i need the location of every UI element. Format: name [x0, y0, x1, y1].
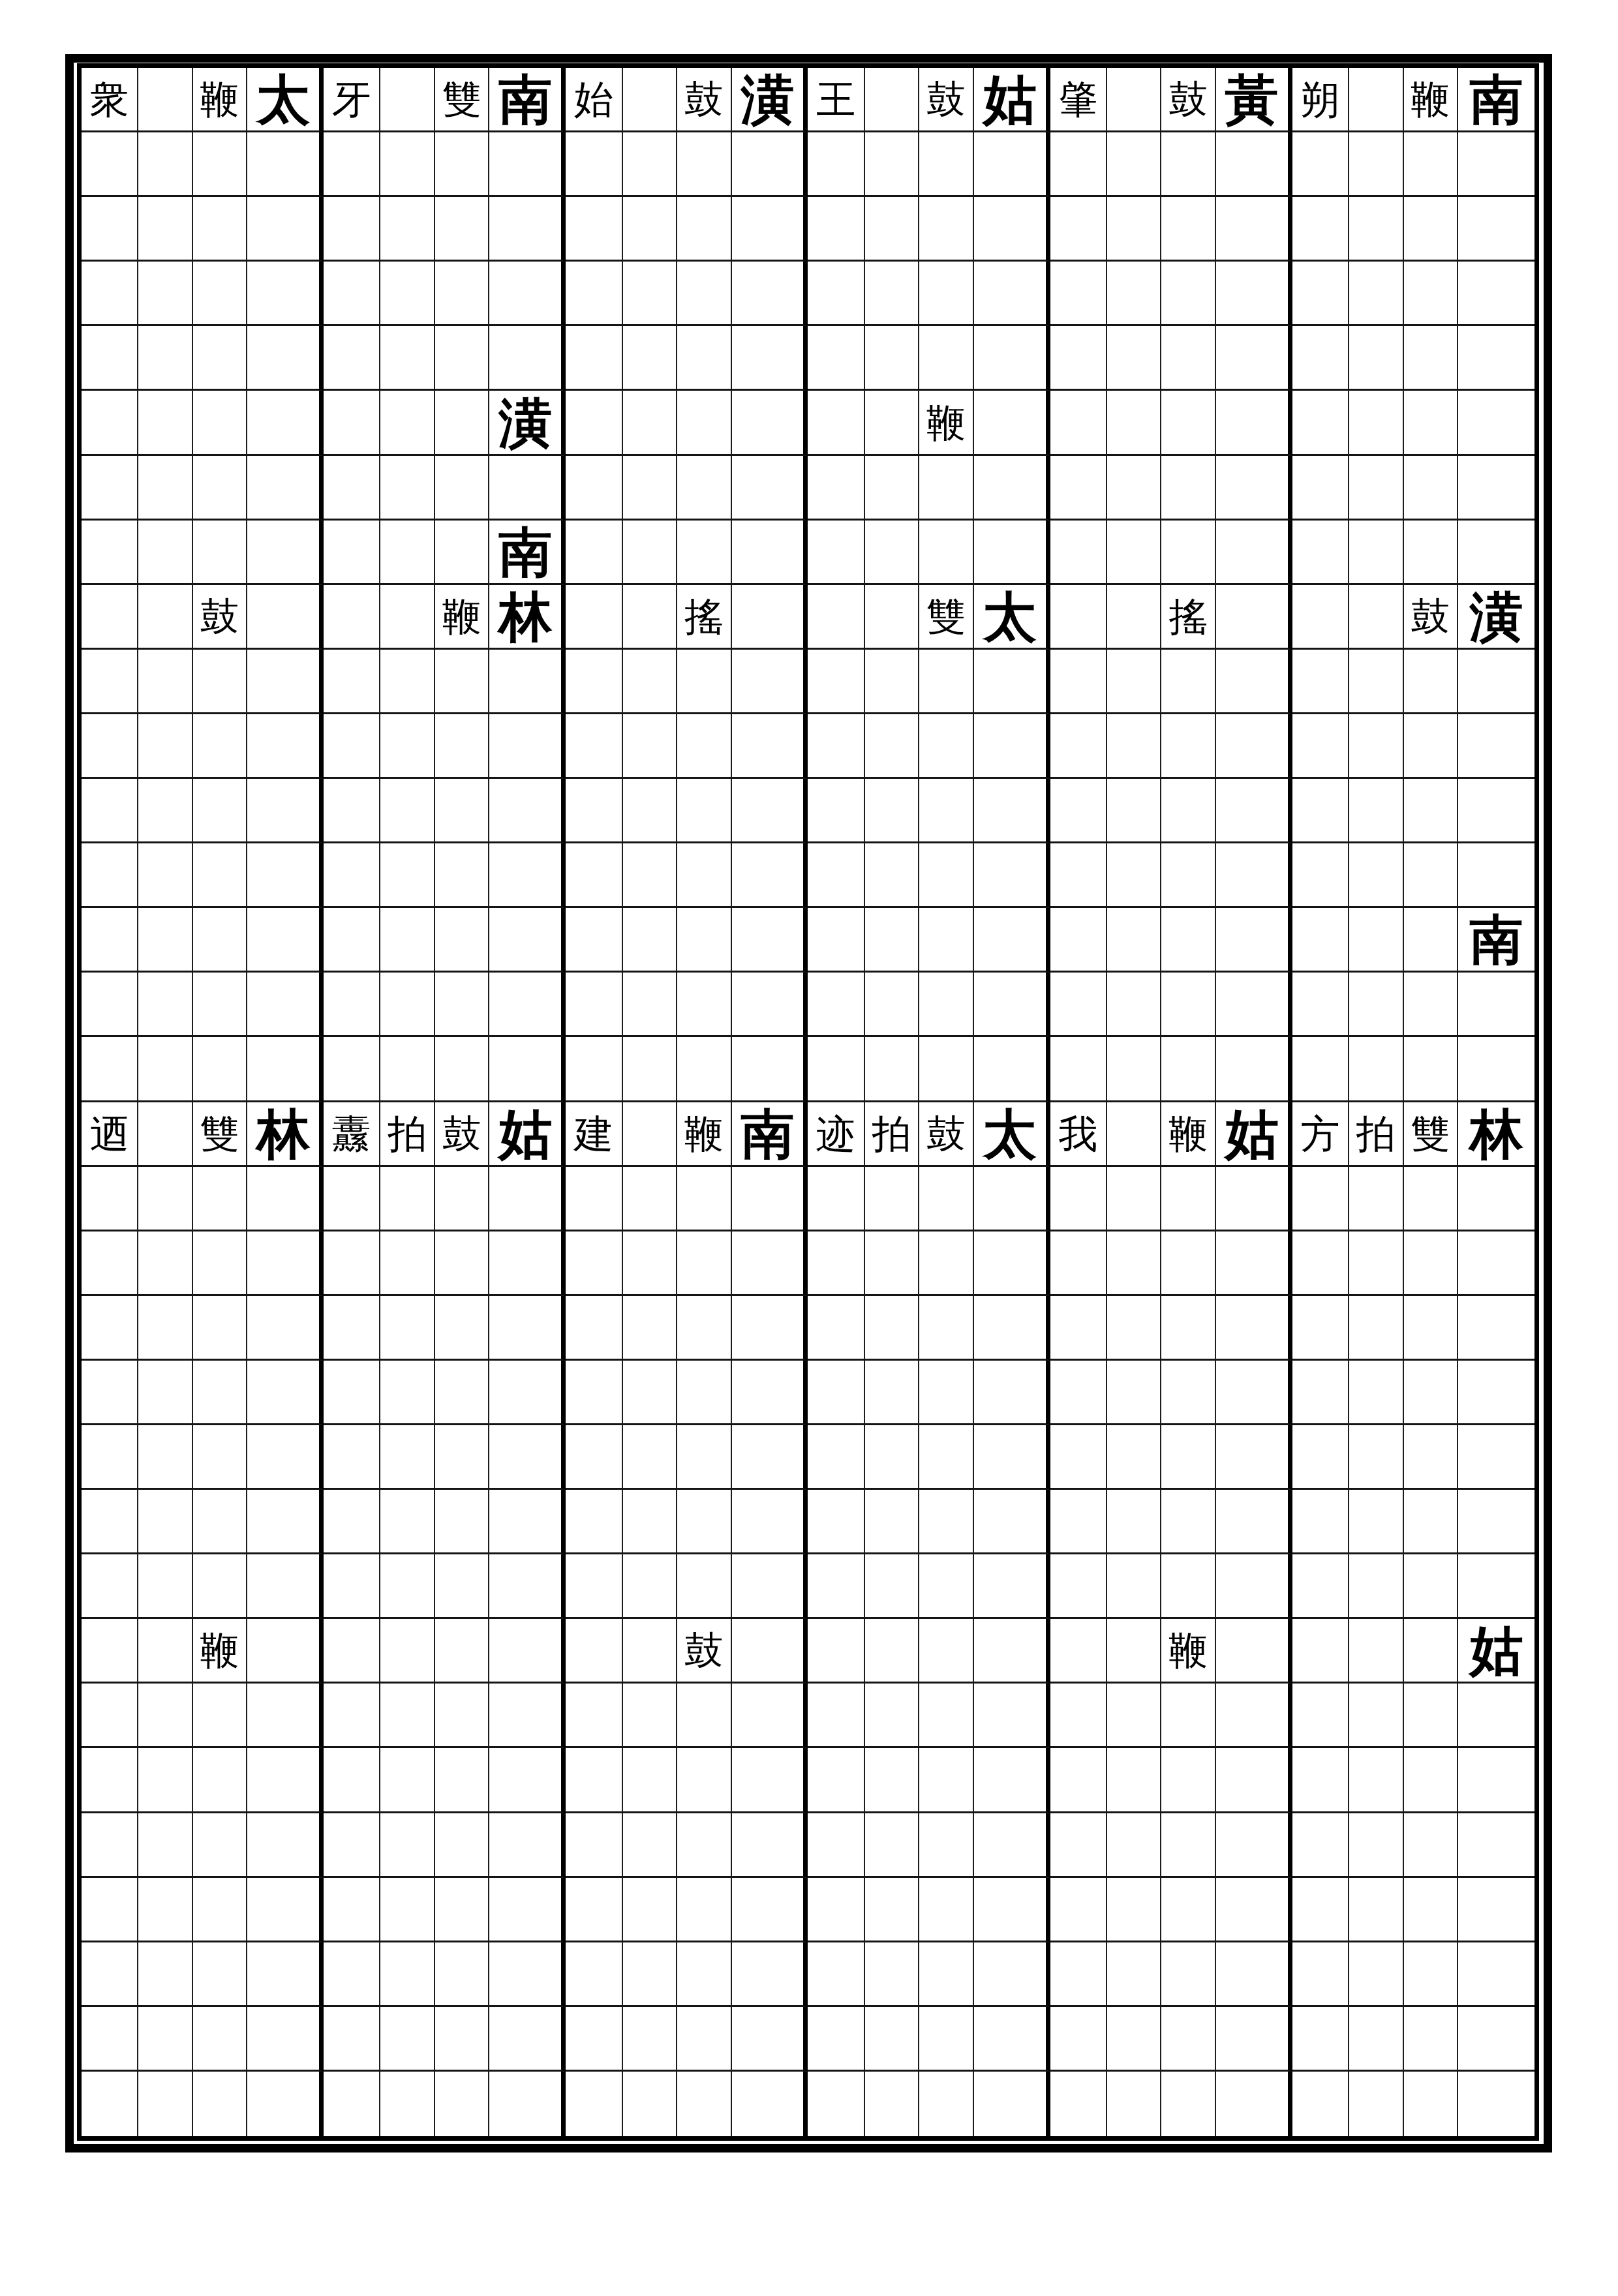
jeonggan-cell — [732, 1296, 808, 1361]
jeonggan-cell — [247, 1296, 324, 1361]
pitch-glyph: 姑 — [983, 72, 1037, 126]
drum-glyph: 鼓 — [926, 1114, 966, 1153]
drum-glyph: 鼓 — [1411, 597, 1450, 636]
jeonggan-cell — [324, 1296, 380, 1361]
jeonggan-cell — [865, 2007, 920, 2072]
jeonggan-cell — [247, 1619, 324, 1684]
jeonggan-cell — [1161, 1813, 1216, 1878]
jeonggan-cell — [1050, 132, 1107, 197]
jeonggan-cell: 搖 — [1161, 585, 1216, 650]
jeonggan-cell — [489, 1619, 566, 1684]
jeonggan-cell — [732, 908, 808, 973]
jeonggan-cell — [82, 585, 138, 650]
jeonggan-cell — [865, 1037, 920, 1102]
jeonggan-cell — [1107, 1425, 1162, 1490]
jeonggan-cell — [1161, 1684, 1216, 1748]
pitch-glyph: 潢 — [498, 396, 552, 449]
jeonggan-cell — [808, 1748, 864, 1813]
score-page: 衆鞭太牙雙南始鼓潢王鼓姑肇鼓黃朔鞭南潢鞭南鼓鞭林搖雙太搖鼓潢南迺雙林纛拍鼓姑建鞭… — [0, 0, 1618, 2296]
jeonggan-cell — [919, 973, 974, 1037]
pitch-glyph: 南 — [1470, 72, 1523, 126]
jeonggan-cell — [623, 1167, 678, 1231]
jeonggan-cell — [1458, 1684, 1534, 1748]
jeonggan-cell — [623, 843, 678, 908]
jeonggan-cell — [138, 521, 193, 585]
jeonggan-cell — [435, 843, 490, 908]
jeonggan-cell — [919, 1231, 974, 1296]
jeonggan-cell: 拍 — [865, 1102, 920, 1167]
jeonggan-cell — [1161, 1361, 1216, 1425]
jeonggan-cell — [489, 650, 566, 714]
jeonggan-cell — [1050, 391, 1107, 455]
jeonggan-cell — [380, 262, 435, 326]
jeonggan-cell — [808, 326, 864, 391]
jeonggan-cell — [732, 843, 808, 908]
jeonggan-cell — [1216, 1813, 1292, 1878]
jeonggan-cell — [138, 973, 193, 1037]
jeonggan-cell — [732, 521, 808, 585]
jeonggan-cell — [247, 1554, 324, 1619]
jeonggan-cell — [193, 2007, 248, 2072]
jeonggan-cell — [1349, 1619, 1404, 1684]
jeonggan-cell — [324, 456, 380, 521]
jeonggan-cell — [138, 1748, 193, 1813]
jeonggan-cell — [380, 973, 435, 1037]
jeonggan-cell — [865, 262, 920, 326]
jeonggan-cell — [623, 1554, 678, 1619]
jeonggan-cell — [324, 1942, 380, 2007]
jeonggan-cell: 鼓 — [435, 1102, 490, 1167]
jeonggan-cell — [1216, 2007, 1292, 2072]
jeonggan-cell — [1458, 843, 1534, 908]
jeonggan-cell — [435, 1619, 490, 1684]
jeonggan-cell — [566, 714, 622, 779]
jeonggan-cell — [1349, 1231, 1404, 1296]
jeonggan-cell — [1107, 1619, 1162, 1684]
jeonggan-cell — [623, 1037, 678, 1102]
jeonggan-cell — [623, 1490, 678, 1554]
jeonggan-cell — [732, 585, 808, 650]
jeonggan-cell — [808, 262, 864, 326]
jeonggan-cell — [1458, 1296, 1534, 1361]
jeonggan-cell: 南 — [732, 1102, 808, 1167]
jeonggan-cell — [82, 1813, 138, 1878]
jeonggan-cell — [1458, 1037, 1534, 1102]
jeonggan-cell — [919, 1490, 974, 1554]
jeonggan-cell — [247, 2007, 324, 2072]
jeonggan-cell — [677, 1748, 732, 1813]
jeonggan-cell — [489, 973, 566, 1037]
jeonggan-cell: 鞭 — [1161, 1102, 1216, 1167]
jeonggan-cell — [82, 973, 138, 1037]
jeonggan-cell — [324, 714, 380, 779]
jeonggan-cell — [489, 1942, 566, 2007]
jeonggan-cell — [380, 714, 435, 779]
jeonggan-cell — [1161, 908, 1216, 973]
jeonggan-cell — [1050, 326, 1107, 391]
jeonggan-cell — [1050, 521, 1107, 585]
jeonggan-cell — [193, 1554, 248, 1619]
jeonggan-cell — [1349, 326, 1404, 391]
jeonggan-cell — [380, 1942, 435, 2007]
jeonggan-cell — [1404, 132, 1459, 197]
jeonggan-cell — [1216, 1296, 1292, 1361]
jeonggan-cell — [732, 1942, 808, 2007]
jeonggan-cell — [919, 521, 974, 585]
jeonggan-cell — [1107, 714, 1162, 779]
jeonggan-cell — [677, 1425, 732, 1490]
jeonggan-cell — [865, 1942, 920, 2007]
jeonggan-cell — [1404, 1425, 1459, 1490]
jeonggan-cell — [1050, 1813, 1107, 1878]
jeonggan-cell — [1216, 1231, 1292, 1296]
jeonggan-cell — [974, 650, 1050, 714]
jeonggan-cell — [732, 1684, 808, 1748]
jeonggan-cell: 拍 — [380, 1102, 435, 1167]
lyric-glyph: 肇 — [1058, 80, 1097, 119]
jeonggan-cell — [1161, 391, 1216, 455]
jeonggan-cell — [974, 197, 1050, 262]
jeonggan-cell — [1404, 1619, 1459, 1684]
jeonggan-cell — [489, 456, 566, 521]
jeonggan-cell — [1216, 2072, 1292, 2136]
jeonggan-cell: 方 — [1292, 1102, 1349, 1167]
jeonggan-cell — [138, 843, 193, 908]
jeonggan-cell — [808, 973, 864, 1037]
jeonggan-cell — [808, 1554, 864, 1619]
jeonggan-cell: 太 — [247, 68, 324, 132]
jeonggan-cell — [1404, 1361, 1459, 1425]
jeonggan-cell — [247, 1942, 324, 2007]
jeonggan-cell — [1161, 1231, 1216, 1296]
jeonggan-cell — [1404, 1942, 1459, 2007]
jeonggan-cell — [566, 1619, 622, 1684]
jeonggan-cell: 太 — [974, 1102, 1050, 1167]
lyric-glyph: 迺 — [90, 1114, 129, 1153]
jeonggan-cell — [1349, 68, 1404, 132]
jeonggan-cell — [1050, 1684, 1107, 1748]
jeonggan-cell — [247, 2072, 324, 2136]
jeonggan-cell — [247, 1361, 324, 1425]
jeonggan-cell — [138, 908, 193, 973]
jeonggan-cell: 黃 — [1216, 68, 1292, 132]
jeonggan-cell — [247, 843, 324, 908]
jeonggan-cell — [1458, 1231, 1534, 1296]
jeonggan-cell — [1458, 2007, 1534, 2072]
jeonggan-cell — [138, 456, 193, 521]
jeonggan-cell — [1292, 779, 1349, 843]
jeonggan-cell — [1349, 843, 1404, 908]
jeonggan-cell — [566, 456, 622, 521]
jeonggan-cell — [1349, 908, 1404, 973]
lyric-glyph: 建 — [574, 1114, 613, 1153]
jeonggan-cell — [732, 456, 808, 521]
jeonggan-cell — [1161, 132, 1216, 197]
jeonggan-cell — [1349, 1748, 1404, 1813]
jeonggan-cell — [623, 1684, 678, 1748]
jeonggan-cell — [623, 326, 678, 391]
jeonggan-cell — [1292, 2007, 1349, 2072]
jeonggan-cell — [919, 779, 974, 843]
jeonggan-cell — [435, 456, 490, 521]
jeonggan-cell — [82, 650, 138, 714]
jeonggan-cell — [974, 1554, 1050, 1619]
jeonggan-cell — [1161, 973, 1216, 1037]
jeonggan-cell — [380, 1684, 435, 1748]
jeonggan-cell — [1404, 456, 1459, 521]
jeonggan-cell — [974, 1037, 1050, 1102]
jeonggan-cell — [380, 1813, 435, 1878]
bak-glyph: 拍 — [872, 1114, 911, 1153]
jeonggan-cell — [974, 1942, 1050, 2007]
jeonggan-cell — [380, 326, 435, 391]
jeonggan-cell — [1050, 2072, 1107, 2136]
jeonggan-cell — [1292, 521, 1349, 585]
jeonggan-cell — [623, 1425, 678, 1490]
jeonggan-cell — [435, 1748, 490, 1813]
jeonggan-cell — [974, 1490, 1050, 1554]
jeonggan-cell — [82, 779, 138, 843]
jeonggan-cell — [247, 1037, 324, 1102]
pitch-glyph: 姑 — [498, 1107, 552, 1160]
drum-glyph: 鼓 — [684, 1631, 724, 1670]
jeonggan-cell — [623, 1813, 678, 1878]
jeonggan-cell: 鼓 — [677, 68, 732, 132]
jeonggan-cell — [1292, 1167, 1349, 1231]
jeonggan-cell — [193, 1037, 248, 1102]
jeonggan-cell — [808, 779, 864, 843]
jeonggan-cell — [865, 391, 920, 455]
jeonggan-cell — [566, 1942, 622, 2007]
jeonggan-cell — [1050, 714, 1107, 779]
jeonggan-cell — [489, 1296, 566, 1361]
jeonggan-cell — [974, 1296, 1050, 1361]
jeonggan-cell — [193, 1490, 248, 1554]
jeonggan-cell: 鼓 — [919, 68, 974, 132]
jeonggan-cell — [1404, 1554, 1459, 1619]
jeonggan-cell — [247, 714, 324, 779]
jeonggan-cell — [623, 391, 678, 455]
jeonggan-cell — [919, 1684, 974, 1748]
jeonggan-cell — [1050, 1361, 1107, 1425]
jeonggan-cell — [435, 908, 490, 973]
jeonggan-cell — [489, 908, 566, 973]
jeonggan-cell — [1404, 391, 1459, 455]
jeonggan-cell — [566, 1554, 622, 1619]
jeonggan-cell — [919, 1167, 974, 1231]
jeonggan-cell — [974, 1748, 1050, 1813]
jeonggan-cell: 姑 — [974, 68, 1050, 132]
jeonggan-cell — [1458, 1361, 1534, 1425]
jeonggan-cell — [1107, 1878, 1162, 1942]
jeonggan-cell — [138, 1942, 193, 2007]
jeonggan-cell — [1107, 1037, 1162, 1102]
jeonggan-cell — [919, 262, 974, 326]
jeonggan-cell — [1216, 1425, 1292, 1490]
jeonggan-cell — [566, 650, 622, 714]
jeonggan-cell — [1292, 843, 1349, 908]
jeonggan-cell — [435, 1296, 490, 1361]
jeonggan-cell — [435, 132, 490, 197]
jeonggan-cell — [138, 1296, 193, 1361]
jeonggan-cell — [1216, 1684, 1292, 1748]
jeonggan-cell — [566, 391, 622, 455]
jeonggan-cell — [1107, 1748, 1162, 1813]
jeonggan-cell — [808, 843, 864, 908]
jeonggan-cell — [1050, 2007, 1107, 2072]
jeonggan-cell — [1161, 843, 1216, 908]
jeonggan-cell — [623, 1361, 678, 1425]
jeonggan-cell — [82, 1231, 138, 1296]
jeonggan-cell — [732, 779, 808, 843]
jeonggan-cell — [974, 326, 1050, 391]
jeonggan-cell — [489, 1490, 566, 1554]
jeonggan-cell — [808, 1942, 864, 2007]
jeonggan-cell — [1349, 456, 1404, 521]
jeonggan-cell — [82, 326, 138, 391]
jeonggan-cell — [1349, 391, 1404, 455]
jeonggan-cell — [380, 843, 435, 908]
jeonggan-cell — [193, 650, 248, 714]
jeonggan-cell — [865, 326, 920, 391]
jeonggan-cell — [974, 908, 1050, 973]
jeonggan-cell — [82, 1942, 138, 2007]
jeonggan-cell: 迹 — [808, 1102, 864, 1167]
jeonggan-cell — [324, 1037, 380, 1102]
jeonggan-cell — [732, 1425, 808, 1490]
lyric-glyph: 王 — [816, 80, 855, 119]
jeonggan-cell — [974, 1361, 1050, 1425]
jeonggan-cell — [82, 456, 138, 521]
jeonggan-cell — [1216, 1878, 1292, 1942]
jeonggan-cell — [193, 779, 248, 843]
jeonggan-cell — [566, 843, 622, 908]
jeonggan-cell — [1404, 1296, 1459, 1361]
jeonggan-cell — [1349, 1684, 1404, 1748]
jeonggan-cell — [865, 1296, 920, 1361]
jeonggan-cell — [193, 843, 248, 908]
jeonggan-cell — [1161, 1490, 1216, 1554]
jeonggan-cell — [1050, 262, 1107, 326]
jeonggan-cell — [865, 779, 920, 843]
jeonggan-cell — [1404, 1684, 1459, 1748]
jeonggan-cell — [865, 521, 920, 585]
jeonggan-cell — [808, 1361, 864, 1425]
jeonggan-cell — [566, 1231, 622, 1296]
jeonggan-cell — [1216, 843, 1292, 908]
jeonggan-cell — [808, 585, 864, 650]
jeonggan-cell — [324, 650, 380, 714]
jeonggan-cell — [1216, 1490, 1292, 1554]
jeonggan-cell — [865, 1878, 920, 1942]
jeonggan-cell — [489, 1748, 566, 1813]
jeonggan-cell — [1050, 197, 1107, 262]
jeonggan-cell — [865, 132, 920, 197]
jeonggan-cell — [677, 714, 732, 779]
jeonggan-cell — [1292, 197, 1349, 262]
jeonggan-cell — [1292, 1684, 1349, 1748]
jeonggan-cell — [865, 456, 920, 521]
jeonggan-cell — [1404, 1813, 1459, 1878]
jeonggan-cell — [193, 2072, 248, 2136]
jeonggan-cell — [324, 973, 380, 1037]
jeonggan-cell — [808, 2072, 864, 2136]
jeonggan-cell — [566, 1490, 622, 1554]
jeonggan-cell — [247, 132, 324, 197]
jeonggan-cell — [623, 1619, 678, 1684]
jeonggan-cell — [677, 1231, 732, 1296]
jeonggan-cell — [808, 521, 864, 585]
jeonggan-cell — [1107, 391, 1162, 455]
jeonggan-cell — [435, 1167, 490, 1231]
jeonggan-cell — [435, 1361, 490, 1425]
jeonggan-cell — [324, 1748, 380, 1813]
jeonggan-cell — [380, 2072, 435, 2136]
jeonggan-cell: 鞭 — [1404, 68, 1459, 132]
jeonggan-cell — [435, 714, 490, 779]
jeonggan-cell — [193, 1748, 248, 1813]
jeonggan-cell — [1050, 1942, 1107, 2007]
jeonggan-cell — [193, 456, 248, 521]
jeonggan-cell — [324, 1425, 380, 1490]
jeonggan-cell — [324, 908, 380, 973]
jeonggan-cell — [919, 326, 974, 391]
jeonggan-cell — [808, 1425, 864, 1490]
jeonggan-cell: 朔 — [1292, 68, 1349, 132]
jeonggan-cell — [324, 1490, 380, 1554]
jeonggan-cell: 潢 — [1458, 585, 1534, 650]
jeonggan-cell — [623, 1878, 678, 1942]
jeonggan-cell: 王 — [808, 68, 864, 132]
jeonggan-cell — [82, 262, 138, 326]
jeonggan-cell — [974, 391, 1050, 455]
jeonggan-cell — [82, 1361, 138, 1425]
jeonggan-cell — [623, 68, 678, 132]
jeonggan-cell: 林 — [1458, 1102, 1534, 1167]
jeonggan-cell — [1107, 2007, 1162, 2072]
jeonggan-cell — [1349, 132, 1404, 197]
jeonggan-cell: 雙 — [193, 1102, 248, 1167]
jeonggan-cell — [247, 908, 324, 973]
jeonggan-cell: 建 — [566, 1102, 622, 1167]
jeonggan-cell: 潢 — [732, 68, 808, 132]
jeonggan-cell — [1292, 1554, 1349, 1619]
jeonggan-cell — [732, 326, 808, 391]
jeonggan-cell — [566, 521, 622, 585]
jeonggan-cell — [865, 1748, 920, 1813]
jeonggan-cell: 鞭 — [677, 1102, 732, 1167]
jeonggan-cell — [1216, 1554, 1292, 1619]
drum-glyph: 鼓 — [200, 597, 239, 636]
jeonggan-cell — [489, 843, 566, 908]
jeonggan-cell: 南 — [1458, 68, 1534, 132]
jeonggan-cell — [489, 779, 566, 843]
jeonggan-cell — [1458, 1942, 1534, 2007]
jeonggan-cell — [324, 132, 380, 197]
drum-glyph: 鞭 — [200, 1631, 239, 1670]
jeonggan-cell — [1458, 1425, 1534, 1490]
jeonggan-cell — [1050, 1619, 1107, 1684]
jeonggan-cell — [1161, 1748, 1216, 1813]
jeonggan-cell — [566, 326, 622, 391]
jeonggan-cell — [435, 391, 490, 455]
jeonggan-cell — [677, 1554, 732, 1619]
jeonggan-cell — [919, 1037, 974, 1102]
jeonggan-cell: 姑 — [489, 1102, 566, 1167]
jeonggan-cell — [247, 391, 324, 455]
jeonggan-cell — [489, 197, 566, 262]
jeonggan-cell — [489, 1554, 566, 1619]
